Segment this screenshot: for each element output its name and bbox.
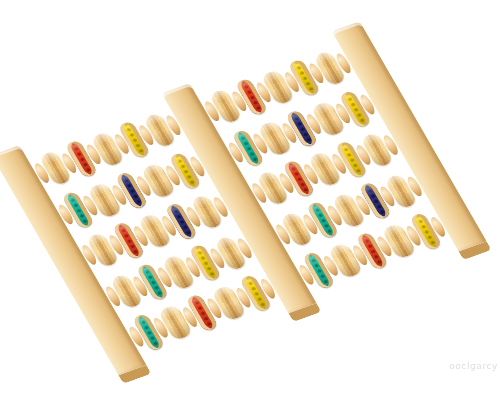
watermark: ooclgarcy [438, 360, 498, 372]
scene: ooclgarcy [0, 0, 500, 400]
foot-massage-roller [0, 32, 483, 368]
